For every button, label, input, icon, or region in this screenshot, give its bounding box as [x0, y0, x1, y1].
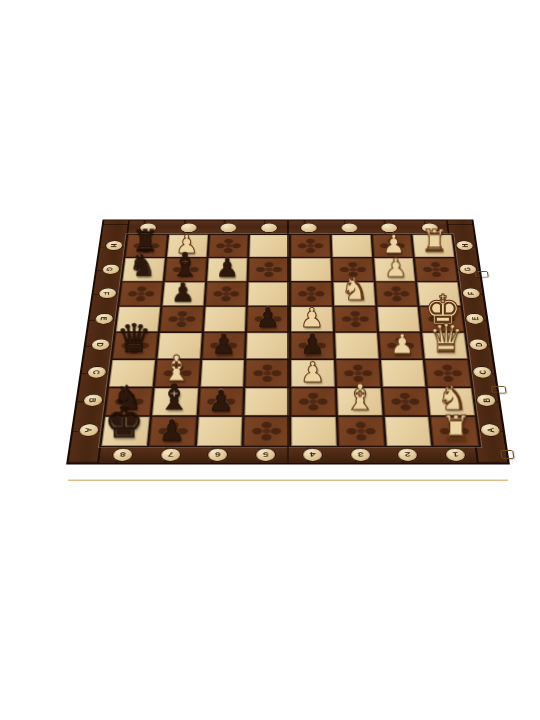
piece-black-pawn-b6[interactable]: ♟ — [198, 386, 242, 415]
coord-front-7: 7 — [159, 448, 181, 462]
piece-white-pawn-c4[interactable]: ♟ — [291, 358, 334, 386]
piece-white-pawn-e4[interactable]: ♟ — [291, 304, 333, 331]
piece-white-bishop-b3[interactable]: ♝ — [338, 379, 382, 415]
back-medallion — [220, 223, 238, 233]
square-d1[interactable]: ♛ — [422, 333, 467, 359]
square-g2[interactable]: ♟ — [374, 258, 416, 281]
square-d3[interactable] — [335, 333, 378, 359]
square-c2[interactable] — [380, 360, 425, 387]
square-d5[interactable] — [246, 333, 289, 359]
square-b6[interactable]: ♟ — [198, 388, 243, 416]
square-f3[interactable]: ♞ — [333, 282, 375, 306]
square-g6[interactable]: ♟ — [207, 258, 248, 281]
square-f6[interactable] — [205, 282, 247, 306]
square-a3[interactable] — [338, 417, 384, 446]
piece-black-pawn-g6[interactable]: ♟ — [207, 254, 247, 280]
square-d8[interactable]: ♛ — [113, 333, 158, 359]
square-a6[interactable] — [196, 417, 242, 446]
square-a2[interactable] — [384, 417, 431, 446]
square-g5[interactable] — [249, 258, 289, 281]
square-d2[interactable]: ♟ — [379, 333, 423, 359]
square-h5[interactable] — [249, 235, 288, 257]
square-b3[interactable]: ♝ — [337, 388, 382, 416]
square-f2[interactable] — [375, 282, 418, 306]
piece-black-bishop-b7[interactable]: ♝ — [152, 379, 196, 415]
square-a8[interactable]: ♚ — [101, 417, 149, 446]
square-h4[interactable] — [291, 235, 331, 257]
board-grid: ♜♟♟♜♞♝♟♟♟♞♟♟♚♛♟♟♟♛♝♟♞♝♟♝♞♚♟♜ — [99, 234, 481, 448]
coord-front-1: 1 — [444, 448, 466, 462]
square-g1[interactable] — [415, 258, 457, 281]
chess-board: ♜♟♟♜♞♝♟♟♟♞♟♟♚♛♟♟♟♛♝♟♞♝♟♝♞♚♟♜ HGFEDCBAHGF… — [69, 220, 508, 463]
square-d4[interactable]: ♟ — [291, 333, 334, 359]
square-f7[interactable]: ♟ — [162, 282, 204, 306]
coord-front-3: 3 — [350, 448, 371, 462]
square-e3[interactable] — [334, 307, 377, 332]
square-c4[interactable]: ♟ — [291, 360, 335, 387]
piece-black-queen-d8[interactable]: ♛ — [113, 318, 156, 358]
square-a4[interactable] — [291, 417, 336, 446]
square-g4[interactable] — [291, 258, 331, 281]
piece-white-rook-h1[interactable]: ♜ — [415, 226, 454, 256]
square-f8[interactable] — [119, 282, 162, 306]
square-c6[interactable] — [200, 360, 244, 387]
square-b4[interactable] — [291, 388, 335, 416]
back-medallion — [260, 223, 278, 233]
square-a5[interactable] — [244, 417, 289, 446]
piece-black-pawn-e5[interactable]: ♟ — [247, 304, 289, 331]
piece-black-pawn-a7[interactable]: ♟ — [149, 416, 194, 445]
square-d6[interactable]: ♟ — [202, 333, 245, 359]
piece-black-pawn-d4[interactable]: ♟ — [291, 330, 334, 358]
square-h1[interactable]: ♜ — [413, 235, 455, 257]
square-h3[interactable] — [331, 235, 371, 257]
board-front-edge — [66, 463, 509, 481]
square-a7[interactable]: ♟ — [149, 417, 196, 446]
piece-black-bishop-g7[interactable]: ♝ — [165, 248, 205, 281]
back-medallion — [340, 223, 358, 233]
piece-white-queen-d1[interactable]: ♛ — [425, 318, 468, 358]
coord-front-4: 4 — [302, 448, 323, 462]
back-medallion — [300, 223, 318, 233]
square-e5[interactable]: ♟ — [247, 307, 289, 332]
square-b7[interactable]: ♝ — [152, 388, 198, 416]
coord-front-6: 6 — [207, 448, 228, 462]
square-e7[interactable] — [160, 307, 203, 332]
coord-front-5: 5 — [255, 448, 276, 462]
square-a1[interactable]: ♜ — [431, 417, 479, 446]
coord-front-2: 2 — [397, 448, 419, 462]
piece-black-king-a8[interactable]: ♚ — [102, 401, 147, 445]
square-g8[interactable]: ♞ — [122, 258, 164, 281]
piece-black-pawn-d6[interactable]: ♟ — [202, 330, 245, 358]
piece-white-knight-f3[interactable]: ♞ — [334, 274, 375, 305]
product-photo-scene: ♜♟♟♜♞♝♟♟♟♞♟♟♚♛♟♟♟♛♝♟♞♝♟♝♞♚♟♜ HGFEDCBAHGF… — [0, 0, 540, 720]
piece-black-pawn-f7[interactable]: ♟ — [162, 279, 203, 305]
square-b5[interactable] — [245, 388, 289, 416]
piece-white-pawn-g2[interactable]: ♟ — [375, 254, 415, 280]
brass-corner-latch — [500, 450, 514, 459]
square-b2[interactable] — [382, 388, 428, 416]
piece-white-pawn-d2[interactable]: ♟ — [380, 330, 423, 358]
square-c5[interactable] — [246, 360, 289, 387]
piece-white-rook-a1[interactable]: ♜ — [434, 410, 479, 445]
piece-black-knight-g8[interactable]: ♞ — [122, 250, 162, 281]
